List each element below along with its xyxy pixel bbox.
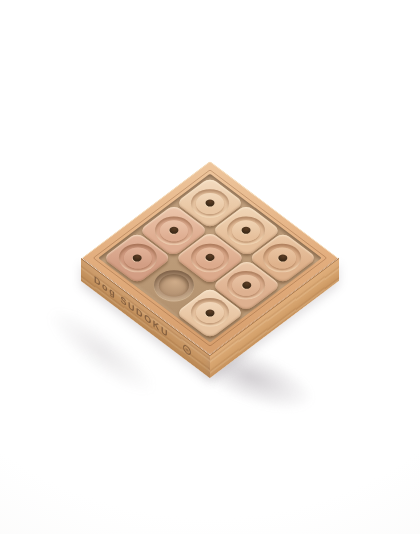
treat-hole [276,253,289,263]
treat-hole [240,226,253,236]
block-disc-inner [190,188,230,218]
block-disc-inner [226,216,266,246]
block-disc-inner [226,270,266,300]
round-brand-stamp-icon [183,343,191,357]
block-disc-inner [118,243,158,273]
treat-hole [204,308,217,318]
block-disc-inner [190,298,230,328]
photo-backdrop: Dog SUDOKU [0,0,420,534]
treat-hole [167,226,180,236]
treat-compartment-floor [152,269,194,301]
treat-hole [131,253,144,263]
treat-hole [204,253,217,263]
treat-hole [240,281,253,291]
block-disc-inner [190,243,230,273]
treat-hole [204,198,217,208]
block-disc-inner [154,216,194,246]
block-disc-inner [263,243,303,273]
puzzle-board-frame [81,161,338,355]
